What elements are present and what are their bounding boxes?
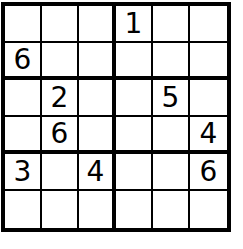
given-digit: 6 xyxy=(200,158,218,186)
cell-r1c3[interactable] xyxy=(79,6,116,43)
cell-r3c5: 5 xyxy=(153,80,190,117)
cell-r2c6[interactable] xyxy=(190,43,227,80)
cell-r4c2: 6 xyxy=(42,117,79,154)
cell-r3c3[interactable] xyxy=(79,80,116,117)
cell-r4c6: 4 xyxy=(190,117,227,154)
cell-r5c4[interactable] xyxy=(116,154,153,191)
cell-r6c1[interactable] xyxy=(5,191,42,228)
cell-r2c3[interactable] xyxy=(79,43,116,80)
cell-r6c2[interactable] xyxy=(42,191,79,228)
cell-r2c2[interactable] xyxy=(42,43,79,80)
sudoku-board: 162564346 xyxy=(1,2,231,232)
cell-r2c5[interactable] xyxy=(153,43,190,80)
given-digit: 3 xyxy=(14,158,32,186)
cell-r5c1: 3 xyxy=(5,154,42,191)
cell-r5c5[interactable] xyxy=(153,154,190,191)
cell-r1c2[interactable] xyxy=(42,6,79,43)
cell-r6c6[interactable] xyxy=(190,191,227,228)
given-digit: 1 xyxy=(125,10,143,38)
cell-r6c5[interactable] xyxy=(153,191,190,228)
sudoku-page: 162564346 xyxy=(0,0,243,232)
cell-r4c5[interactable] xyxy=(153,117,190,154)
cell-r6c3[interactable] xyxy=(79,191,116,228)
cell-r1c6[interactable] xyxy=(190,6,227,43)
given-digit: 5 xyxy=(162,84,180,112)
cell-r2c4[interactable] xyxy=(116,43,153,80)
cell-r5c2[interactable] xyxy=(42,154,79,191)
given-digit: 4 xyxy=(200,120,218,148)
cell-r5c3: 4 xyxy=(79,154,116,191)
cell-r2c1: 6 xyxy=(5,43,42,80)
cell-r3c6[interactable] xyxy=(190,80,227,117)
given-digit: 6 xyxy=(51,120,69,148)
cell-r5c6: 6 xyxy=(190,154,227,191)
given-digit: 2 xyxy=(51,84,69,112)
cell-r4c1[interactable] xyxy=(5,117,42,154)
given-digit: 4 xyxy=(87,158,105,186)
cell-r3c2: 2 xyxy=(42,80,79,117)
cell-r6c4[interactable] xyxy=(116,191,153,228)
given-digit: 6 xyxy=(14,46,32,74)
cell-r1c4: 1 xyxy=(116,6,153,43)
cell-r3c4[interactable] xyxy=(116,80,153,117)
cell-r1c1[interactable] xyxy=(5,6,42,43)
cell-r3c1[interactable] xyxy=(5,80,42,117)
cell-r4c4[interactable] xyxy=(116,117,153,154)
cell-r4c3[interactable] xyxy=(79,117,116,154)
cell-r1c5[interactable] xyxy=(153,6,190,43)
